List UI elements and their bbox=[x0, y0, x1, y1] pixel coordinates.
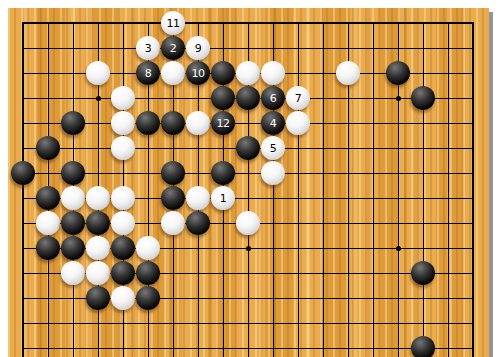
stone-white[interactable] bbox=[111, 86, 135, 110]
stone-white[interactable] bbox=[236, 211, 260, 235]
go-board[interactable]: 113298106712451 bbox=[8, 8, 489, 357]
stone-black[interactable] bbox=[161, 161, 185, 185]
star-point bbox=[396, 246, 401, 251]
stone-black[interactable]: 10 bbox=[186, 61, 210, 85]
move-number-label: 2 bbox=[170, 43, 177, 54]
stone-black[interactable] bbox=[61, 111, 85, 135]
move-number-label: 4 bbox=[270, 118, 277, 129]
stone-black[interactable] bbox=[386, 61, 410, 85]
stone-white[interactable]: 3 bbox=[136, 36, 160, 60]
stone-black[interactable] bbox=[236, 136, 260, 160]
move-number-label: 11 bbox=[167, 18, 180, 29]
stone-white[interactable] bbox=[86, 236, 110, 260]
stone-black[interactable] bbox=[161, 186, 185, 210]
stone-black[interactable] bbox=[136, 111, 160, 135]
stone-black[interactable] bbox=[11, 161, 35, 185]
stone-black[interactable] bbox=[411, 261, 435, 285]
stone-white[interactable] bbox=[36, 211, 60, 235]
move-number-label: 8 bbox=[145, 68, 152, 79]
stone-white[interactable] bbox=[336, 61, 360, 85]
move-number-label: 3 bbox=[145, 43, 152, 54]
stone-black[interactable] bbox=[61, 211, 85, 235]
move-number-label: 9 bbox=[195, 43, 202, 54]
stone-white[interactable]: 7 bbox=[286, 86, 310, 110]
stone-white[interactable] bbox=[61, 186, 85, 210]
stone-black[interactable] bbox=[86, 286, 110, 310]
stone-black[interactable] bbox=[136, 261, 160, 285]
stone-white[interactable] bbox=[261, 161, 285, 185]
stone-black[interactable] bbox=[211, 86, 235, 110]
stone-black[interactable] bbox=[86, 211, 110, 235]
stone-black[interactable]: 4 bbox=[261, 111, 285, 135]
star-point bbox=[96, 96, 101, 101]
stone-black[interactable] bbox=[36, 136, 60, 160]
stone-white[interactable] bbox=[186, 186, 210, 210]
stone-black[interactable] bbox=[411, 86, 435, 110]
stone-white[interactable] bbox=[86, 61, 110, 85]
stone-white[interactable] bbox=[111, 286, 135, 310]
stone-black[interactable]: 6 bbox=[261, 86, 285, 110]
stone-white[interactable]: 1 bbox=[211, 186, 235, 210]
stone-white[interactable] bbox=[111, 211, 135, 235]
stone-black[interactable] bbox=[111, 236, 135, 260]
stone-white[interactable] bbox=[136, 236, 160, 260]
stone-black[interactable]: 12 bbox=[211, 111, 235, 135]
stone-black[interactable] bbox=[61, 236, 85, 260]
move-number-label: 12 bbox=[217, 118, 230, 129]
go-diagram-page: 113298106712451 bbox=[0, 0, 500, 357]
board-intersections: 113298106712451 bbox=[11, 11, 486, 357]
star-point bbox=[246, 246, 251, 251]
stone-white[interactable] bbox=[186, 111, 210, 135]
move-number-label: 10 bbox=[192, 68, 205, 79]
stone-black[interactable]: 8 bbox=[136, 61, 160, 85]
stone-black[interactable] bbox=[161, 111, 185, 135]
stone-white[interactable] bbox=[61, 261, 85, 285]
move-number-label: 6 bbox=[270, 93, 277, 104]
stone-black[interactable] bbox=[36, 186, 60, 210]
stone-white[interactable] bbox=[161, 61, 185, 85]
stone-white[interactable] bbox=[161, 211, 185, 235]
stone-white[interactable] bbox=[111, 186, 135, 210]
move-number-label: 1 bbox=[220, 193, 227, 204]
stone-black[interactable] bbox=[111, 261, 135, 285]
stone-white[interactable]: 9 bbox=[186, 36, 210, 60]
stone-white[interactable]: 5 bbox=[261, 136, 285, 160]
stone-white[interactable] bbox=[236, 61, 260, 85]
move-number-label: 7 bbox=[295, 93, 302, 104]
star-point bbox=[396, 96, 401, 101]
stone-white[interactable] bbox=[111, 111, 135, 135]
stone-white[interactable] bbox=[86, 186, 110, 210]
stone-white[interactable]: 11 bbox=[161, 11, 185, 35]
stone-black[interactable] bbox=[211, 161, 235, 185]
stone-black[interactable] bbox=[61, 161, 85, 185]
stone-white[interactable] bbox=[111, 136, 135, 160]
stone-black[interactable] bbox=[186, 211, 210, 235]
stone-black[interactable]: 2 bbox=[161, 36, 185, 60]
stone-white[interactable] bbox=[286, 111, 310, 135]
stone-black[interactable] bbox=[236, 86, 260, 110]
move-number-label: 5 bbox=[270, 143, 277, 154]
stone-white[interactable] bbox=[86, 261, 110, 285]
stone-black[interactable] bbox=[411, 336, 435, 357]
stone-black[interactable] bbox=[211, 61, 235, 85]
stone-black[interactable] bbox=[36, 236, 60, 260]
stone-black[interactable] bbox=[136, 286, 160, 310]
stone-white[interactable] bbox=[261, 61, 285, 85]
